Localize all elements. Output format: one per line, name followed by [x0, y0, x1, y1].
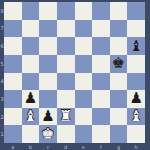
square-e8[interactable] — [75, 2, 93, 20]
file-labels: abcdefgh — [4, 143, 145, 150]
square-g3[interactable] — [110, 90, 128, 108]
square-c4[interactable] — [39, 73, 57, 91]
file-label-e: e — [75, 143, 93, 150]
square-d6[interactable] — [57, 37, 75, 55]
square-e1[interactable] — [75, 125, 93, 143]
square-b8[interactable] — [22, 2, 40, 20]
square-e2[interactable] — [75, 108, 93, 126]
square-d5[interactable] — [57, 55, 75, 73]
file-label-c: c — [39, 143, 57, 150]
square-b6[interactable] — [22, 37, 40, 55]
square-g7[interactable] — [110, 20, 128, 38]
square-a7[interactable] — [4, 20, 22, 38]
square-c3[interactable] — [39, 90, 57, 108]
square-c7[interactable] — [39, 20, 57, 38]
piece-black-pawn-b3[interactable]: ♟ — [24, 91, 37, 106]
square-f4[interactable] — [92, 73, 110, 91]
square-e6[interactable] — [75, 37, 93, 55]
square-g4[interactable] — [110, 73, 128, 91]
square-f6[interactable] — [92, 37, 110, 55]
square-h4[interactable] — [127, 73, 145, 91]
square-e3[interactable] — [75, 90, 93, 108]
rank-labels: 87654321 — [0, 2, 4, 143]
file-label-h: h — [127, 143, 145, 150]
piece-black-bishop-h6[interactable]: ♝ — [129, 38, 142, 53]
chess-board: ♝♚♟♟♝♟♜♝♚ — [4, 2, 145, 143]
square-d2[interactable]: ♜ — [57, 108, 75, 126]
square-d7[interactable] — [57, 20, 75, 38]
rank-label-4: 4 — [0, 73, 4, 91]
square-a6[interactable] — [4, 37, 22, 55]
square-h8[interactable] — [127, 2, 145, 20]
square-g2[interactable] — [110, 108, 128, 126]
square-h1[interactable] — [127, 125, 145, 143]
rank-label-3: 3 — [0, 90, 4, 108]
square-a5[interactable] — [4, 55, 22, 73]
square-d4[interactable] — [57, 73, 75, 91]
square-f2[interactable] — [92, 108, 110, 126]
square-a1[interactable] — [4, 125, 22, 143]
square-h3[interactable]: ♟ — [127, 90, 145, 108]
piece-white-rook-d2[interactable]: ♜ — [59, 109, 72, 124]
square-a8[interactable] — [4, 2, 22, 20]
square-g5[interactable]: ♚ — [110, 55, 128, 73]
square-c6[interactable] — [39, 37, 57, 55]
square-g8[interactable] — [110, 2, 128, 20]
square-h5[interactable] — [127, 55, 145, 73]
file-label-g: g — [110, 143, 128, 150]
square-b2[interactable]: ♝ — [22, 108, 40, 126]
square-f8[interactable] — [92, 2, 110, 20]
piece-black-king-g5[interactable]: ♚ — [112, 56, 125, 71]
square-d1[interactable] — [57, 125, 75, 143]
square-f3[interactable] — [92, 90, 110, 108]
square-d8[interactable] — [57, 2, 75, 20]
square-g6[interactable] — [110, 37, 128, 55]
square-f1[interactable] — [92, 125, 110, 143]
square-d3[interactable] — [57, 90, 75, 108]
square-c2[interactable]: ♟ — [39, 108, 57, 126]
square-h2[interactable]: ♝ — [127, 108, 145, 126]
square-f5[interactable] — [92, 55, 110, 73]
square-c1[interactable]: ♚ — [39, 125, 57, 143]
piece-white-bishop-h2[interactable]: ♝ — [129, 109, 142, 124]
piece-black-pawn-c2[interactable]: ♟ — [41, 109, 54, 124]
file-label-a: a — [4, 143, 22, 150]
rank-label-2: 2 — [0, 108, 4, 126]
piece-black-pawn-h3[interactable]: ♟ — [129, 91, 142, 106]
square-e4[interactable] — [75, 73, 93, 91]
square-b5[interactable] — [22, 55, 40, 73]
rank-label-7: 7 — [0, 20, 4, 38]
file-label-b: b — [22, 143, 40, 150]
file-label-d: d — [57, 143, 75, 150]
square-a2[interactable] — [4, 108, 22, 126]
file-label-f: f — [92, 143, 110, 150]
chess-board-window: ♝♚♟♟♝♟♜♝♚ 87654321 abcdefgh — [0, 0, 150, 150]
square-b1[interactable] — [22, 125, 40, 143]
square-h6[interactable]: ♝ — [127, 37, 145, 55]
rank-label-8: 8 — [0, 2, 4, 20]
square-a3[interactable] — [4, 90, 22, 108]
square-f7[interactable] — [92, 20, 110, 38]
square-g1[interactable] — [110, 125, 128, 143]
square-b3[interactable]: ♟ — [22, 90, 40, 108]
rank-label-1: 1 — [0, 125, 4, 143]
square-a4[interactable] — [4, 73, 22, 91]
square-b4[interactable] — [22, 73, 40, 91]
square-c8[interactable] — [39, 2, 57, 20]
rank-label-5: 5 — [0, 55, 4, 73]
square-b7[interactable] — [22, 20, 40, 38]
piece-white-bishop-b2[interactable]: ♝ — [24, 109, 37, 124]
square-h7[interactable] — [127, 20, 145, 38]
square-e5[interactable] — [75, 55, 93, 73]
rank-label-6: 6 — [0, 37, 4, 55]
square-c5[interactable] — [39, 55, 57, 73]
square-e7[interactable] — [75, 20, 93, 38]
piece-white-king-c1[interactable]: ♚ — [41, 126, 54, 141]
